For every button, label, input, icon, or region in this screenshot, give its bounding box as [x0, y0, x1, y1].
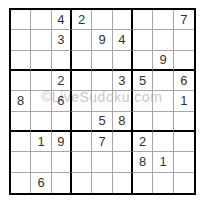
cell-r8c6[interactable] [113, 152, 133, 172]
cell-r6c3[interactable] [52, 112, 72, 132]
cell-r1c9[interactable]: 7 [174, 10, 194, 30]
cell-r5c6[interactable] [113, 91, 133, 111]
cell-r3c3[interactable] [52, 51, 72, 71]
cell-r7c1[interactable] [11, 132, 31, 152]
sudoku-board: 42739492356861581972816 [9, 8, 196, 195]
cell-r3c4[interactable] [72, 51, 92, 71]
cell-r7c3[interactable]: 9 [52, 132, 72, 152]
cell-r2c7[interactable] [133, 30, 153, 50]
cell-r8c5[interactable] [92, 152, 112, 172]
cell-r5c8[interactable] [153, 91, 173, 111]
cell-r3c7[interactable] [133, 51, 153, 71]
cell-r5c9[interactable]: 1 [174, 91, 194, 111]
cell-r1c8[interactable] [153, 10, 173, 30]
cell-r1c5[interactable] [92, 10, 112, 30]
cell-r8c1[interactable] [11, 152, 31, 172]
cell-r9c3[interactable] [52, 173, 72, 193]
cell-r4c7[interactable]: 5 [133, 71, 153, 91]
cell-r8c3[interactable] [52, 152, 72, 172]
cell-r9c2[interactable]: 6 [31, 173, 51, 193]
cell-r9c7[interactable] [133, 173, 153, 193]
cell-r1c1[interactable] [11, 10, 31, 30]
cell-r4c2[interactable] [31, 71, 51, 91]
cell-r6c2[interactable] [31, 112, 51, 132]
cell-r2c5[interactable]: 9 [92, 30, 112, 50]
cell-r2c3[interactable]: 3 [52, 30, 72, 50]
cell-r8c9[interactable] [174, 152, 194, 172]
cell-r5c4[interactable] [72, 91, 92, 111]
cell-r4c4[interactable] [72, 71, 92, 91]
cell-r9c4[interactable] [72, 173, 92, 193]
cell-r1c6[interactable] [113, 10, 133, 30]
cell-r7c2[interactable]: 1 [31, 132, 51, 152]
cell-r5c3[interactable]: 6 [52, 91, 72, 111]
cell-r2c8[interactable] [153, 30, 173, 50]
cell-r1c2[interactable] [31, 10, 51, 30]
sudoku-page: 42739492356861581972816 ©LiveSudoku.com [0, 0, 200, 200]
cell-r2c6[interactable]: 4 [113, 30, 133, 50]
cell-r1c4[interactable]: 2 [72, 10, 92, 30]
cell-r3c2[interactable] [31, 51, 51, 71]
cell-r3c8[interactable]: 9 [153, 51, 173, 71]
cell-r2c2[interactable] [31, 30, 51, 50]
cell-r3c9[interactable] [174, 51, 194, 71]
cell-r4c3[interactable]: 2 [52, 71, 72, 91]
cell-r6c5[interactable]: 5 [92, 112, 112, 132]
cell-r7c9[interactable] [174, 132, 194, 152]
cell-r7c7[interactable]: 2 [133, 132, 153, 152]
cell-r8c8[interactable]: 1 [153, 152, 173, 172]
cell-r9c5[interactable] [92, 173, 112, 193]
cell-r6c6[interactable]: 8 [113, 112, 133, 132]
cell-r6c8[interactable] [153, 112, 173, 132]
cell-r6c4[interactable] [72, 112, 92, 132]
cell-r7c4[interactable] [72, 132, 92, 152]
cell-r4c5[interactable] [92, 71, 112, 91]
cell-r9c6[interactable] [113, 173, 133, 193]
cell-r1c7[interactable] [133, 10, 153, 30]
cell-r7c6[interactable] [113, 132, 133, 152]
cell-r3c6[interactable] [113, 51, 133, 71]
cell-r2c1[interactable] [11, 30, 31, 50]
cell-r6c1[interactable] [11, 112, 31, 132]
cell-r6c7[interactable] [133, 112, 153, 132]
cell-r1c3[interactable]: 4 [52, 10, 72, 30]
cell-r5c1[interactable]: 8 [11, 91, 31, 111]
cell-r4c1[interactable] [11, 71, 31, 91]
cell-r6c9[interactable] [174, 112, 194, 132]
cell-r7c5[interactable]: 7 [92, 132, 112, 152]
cell-r2c4[interactable] [72, 30, 92, 50]
cell-r4c8[interactable] [153, 71, 173, 91]
cell-r8c4[interactable] [72, 152, 92, 172]
cell-r2c9[interactable] [174, 30, 194, 50]
cell-r3c5[interactable] [92, 51, 112, 71]
cell-r5c5[interactable] [92, 91, 112, 111]
cell-r4c6[interactable]: 3 [113, 71, 133, 91]
cell-r9c9[interactable] [174, 173, 194, 193]
cell-r9c1[interactable] [11, 173, 31, 193]
cell-r5c2[interactable] [31, 91, 51, 111]
cell-r4c9[interactable]: 6 [174, 71, 194, 91]
cell-r7c8[interactable] [153, 132, 173, 152]
cell-r8c2[interactable] [31, 152, 51, 172]
cell-r9c8[interactable] [153, 173, 173, 193]
cell-r3c1[interactable] [11, 51, 31, 71]
cell-r5c7[interactable] [133, 91, 153, 111]
cell-r8c7[interactable]: 8 [133, 152, 153, 172]
